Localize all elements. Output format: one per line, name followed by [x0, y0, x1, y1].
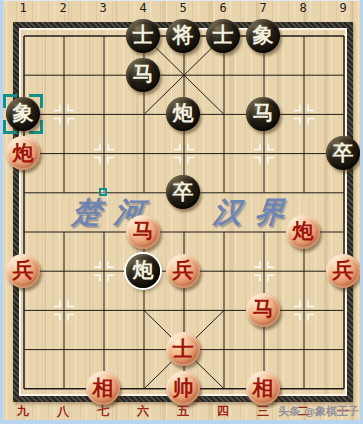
piece-glyph: 兵: [173, 260, 194, 281]
piece-red-兵-9-7[interactable]: 兵: [326, 254, 360, 288]
piece-glyph: 炮: [173, 103, 194, 124]
file-label-top-8: 8: [293, 1, 313, 15]
watermark-text: 头条 @象棋王子: [278, 404, 359, 419]
file-label-top-4: 4: [133, 1, 153, 15]
piece-red-士-5-9[interactable]: 士: [166, 332, 200, 366]
piece-glyph: 将: [173, 25, 194, 46]
piece-glyph: 马: [253, 299, 274, 320]
piece-glyph: 象: [253, 25, 274, 46]
piece-black-卒-9-4[interactable]: 卒: [326, 136, 360, 170]
last-move-origin-marker: [99, 188, 107, 196]
piece-black-马-7-3[interactable]: 马: [246, 97, 280, 131]
piece-red-炮-1-4[interactable]: 炮: [6, 136, 40, 170]
file-label-top-7: 7: [253, 1, 273, 15]
window-edge-left: [0, 0, 3, 424]
piece-glyph: 炮: [293, 221, 314, 242]
piece-glyph: 炮: [133, 260, 154, 281]
piece-black-将-5-1[interactable]: 将: [166, 19, 200, 53]
piece-black-炮-5-3[interactable]: 炮: [166, 97, 200, 131]
piece-glyph: 兵: [333, 260, 354, 281]
file-label-bottom-6: 四: [213, 403, 233, 420]
file-label-top-9: 9: [333, 1, 353, 15]
piece-glyph: 马: [253, 103, 274, 124]
file-label-top-3: 3: [93, 1, 113, 15]
piece-glyph: 卒: [173, 182, 194, 203]
piece-glyph: 士: [213, 25, 234, 46]
file-label-bottom-7: 三: [253, 403, 273, 420]
piece-glyph: 相: [93, 378, 114, 399]
piece-glyph: 相: [253, 378, 274, 399]
file-label-bottom-5: 五: [173, 403, 193, 420]
file-label-bottom-3: 七: [93, 403, 113, 420]
xiangqi-board[interactable]: 楚河 汉界 士将士象马象炮马炮卒卒马炮兵炮兵兵马士相帅相 123456789九八…: [0, 0, 363, 424]
piece-red-兵-1-7[interactable]: 兵: [6, 254, 40, 288]
file-label-bottom-1: 九: [13, 403, 33, 420]
file-label-bottom-4: 六: [133, 403, 153, 420]
file-label-top-6: 6: [213, 1, 233, 15]
piece-glyph: 士: [173, 339, 194, 360]
piece-red-马-4-6[interactable]: 马: [126, 215, 160, 249]
piece-glyph: 炮: [13, 143, 34, 164]
piece-glyph: 士: [133, 25, 154, 46]
piece-black-马-4-2[interactable]: 马: [126, 58, 160, 92]
file-label-top-5: 5: [173, 1, 193, 15]
piece-glyph: 象: [13, 103, 34, 124]
file-label-bottom-2: 八: [53, 403, 73, 420]
piece-red-兵-5-7[interactable]: 兵: [166, 254, 200, 288]
piece-black-炮-4-7[interactable]: 炮: [126, 254, 160, 288]
window-edge-top: [0, 0, 363, 1]
piece-glyph: 兵: [13, 260, 34, 281]
piece-glyph: 马: [133, 221, 154, 242]
piece-red-马-7-8[interactable]: 马: [246, 293, 280, 327]
window-edge-bottom: [0, 420, 363, 424]
piece-red-炮-8-6[interactable]: 炮: [286, 215, 320, 249]
piece-black-士-6-1[interactable]: 士: [206, 19, 240, 53]
piece-black-象-7-1[interactable]: 象: [246, 19, 280, 53]
piece-glyph: 帅: [173, 378, 194, 399]
file-label-top-1: 1: [13, 1, 33, 15]
piece-black-象-1-3[interactable]: 象: [6, 97, 40, 131]
file-label-top-2: 2: [53, 1, 73, 15]
piece-glyph: 卒: [333, 143, 354, 164]
piece-black-士-4-1[interactable]: 士: [126, 19, 160, 53]
piece-glyph: 马: [133, 64, 154, 85]
